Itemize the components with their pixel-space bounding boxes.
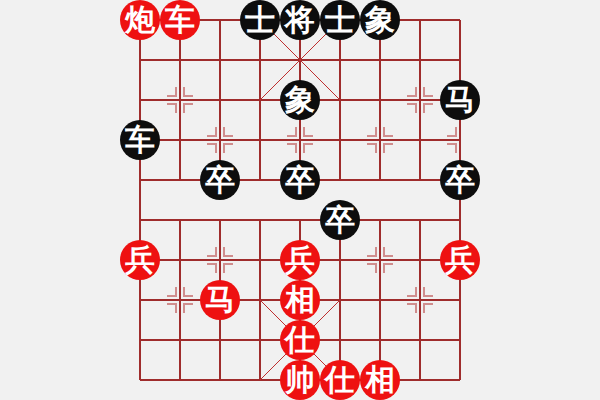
piece-red-advisor[interactable]: 仕 bbox=[320, 360, 360, 400]
piece-red-pawn[interactable]: 兵 bbox=[440, 240, 480, 280]
piece-black-elephant[interactable]: 象 bbox=[280, 80, 320, 120]
xiangqi-board[interactable]: 炮车士将士象象马车卒卒卒卒兵兵兵马相仕帅仕相 bbox=[0, 0, 600, 400]
piece-red-pawn[interactable]: 兵 bbox=[280, 240, 320, 280]
piece-black-pawn[interactable]: 卒 bbox=[200, 160, 240, 200]
piece-red-general[interactable]: 帅 bbox=[280, 360, 320, 400]
xiangqi-screenshot: 炮车士将士象象马车卒卒卒卒兵兵兵马相仕帅仕相 bbox=[0, 0, 600, 400]
piece-black-general[interactable]: 将 bbox=[280, 0, 320, 40]
piece-red-horse[interactable]: 马 bbox=[200, 280, 240, 320]
piece-red-pawn[interactable]: 兵 bbox=[120, 240, 160, 280]
piece-black-pawn[interactable]: 卒 bbox=[440, 160, 480, 200]
piece-red-elephant[interactable]: 相 bbox=[280, 280, 320, 320]
piece-black-advisor[interactable]: 士 bbox=[240, 0, 280, 40]
piece-black-pawn[interactable]: 卒 bbox=[280, 160, 320, 200]
piece-red-cannon[interactable]: 炮 bbox=[120, 0, 160, 40]
piece-black-advisor[interactable]: 士 bbox=[320, 0, 360, 40]
piece-black-chariot[interactable]: 车 bbox=[120, 120, 160, 160]
piece-black-horse[interactable]: 马 bbox=[440, 80, 480, 120]
piece-red-advisor[interactable]: 仕 bbox=[280, 320, 320, 360]
piece-red-chariot[interactable]: 车 bbox=[160, 0, 200, 40]
piece-black-elephant[interactable]: 象 bbox=[360, 0, 400, 40]
piece-red-elephant[interactable]: 相 bbox=[360, 360, 400, 400]
piece-black-pawn[interactable]: 卒 bbox=[320, 200, 360, 240]
